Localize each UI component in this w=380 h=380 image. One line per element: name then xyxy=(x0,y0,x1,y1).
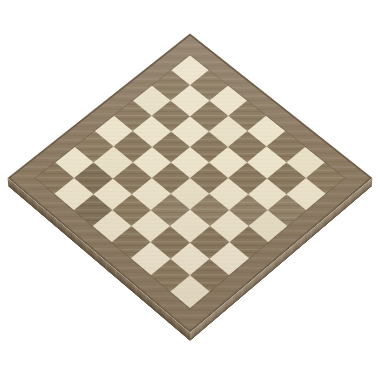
square-f1 xyxy=(131,242,170,275)
square-e2 xyxy=(132,210,171,242)
square-c2 xyxy=(93,178,132,210)
square-e4 xyxy=(171,178,210,210)
square-g6 xyxy=(248,178,287,210)
square-g4 xyxy=(209,210,248,242)
square-d3 xyxy=(132,178,171,210)
square-h6 xyxy=(268,194,307,226)
photo-background xyxy=(0,0,380,380)
square-h3 xyxy=(210,242,249,275)
square-c1 xyxy=(74,194,113,226)
square-g2 xyxy=(170,242,209,275)
board-grid xyxy=(36,55,344,308)
square-g1 xyxy=(151,258,190,291)
chessboard xyxy=(8,34,373,333)
square-g5 xyxy=(229,194,268,226)
chessboard-frame xyxy=(8,34,373,333)
square-h1 xyxy=(170,275,210,308)
square-f4 xyxy=(190,194,229,226)
square-e3 xyxy=(151,194,190,226)
square-d2 xyxy=(112,194,151,226)
square-h7 xyxy=(287,178,326,210)
square-d1 xyxy=(93,210,132,242)
square-g3 xyxy=(190,226,229,259)
square-h2 xyxy=(190,258,229,291)
square-e1 xyxy=(112,226,151,259)
square-f5 xyxy=(209,178,248,210)
square-f3 xyxy=(171,210,210,242)
square-f2 xyxy=(151,226,190,259)
square-h5 xyxy=(248,210,287,242)
square-b1 xyxy=(55,178,94,210)
square-h4 xyxy=(229,226,268,259)
